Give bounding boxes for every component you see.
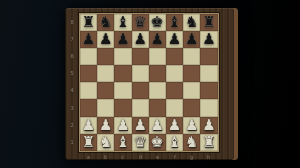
black-pawn[interactable]: ♟ xyxy=(116,31,129,48)
square-g3[interactable] xyxy=(183,99,200,116)
black-knight[interactable]: ♞ xyxy=(99,14,112,31)
square-c6[interactable] xyxy=(114,48,131,65)
square-e4[interactable] xyxy=(149,82,166,99)
black-pawn[interactable]: ♟ xyxy=(133,31,146,48)
white-bishop[interactable]: ♝ xyxy=(116,134,129,151)
square-h2[interactable]: ♟ xyxy=(200,117,217,134)
rank-label-6: 6 xyxy=(68,51,77,62)
square-b8[interactable]: ♞ xyxy=(97,14,114,31)
rank-label-7: 7 xyxy=(68,34,77,45)
black-pawn[interactable]: ♟ xyxy=(82,31,95,48)
rank-label-8: 8 xyxy=(68,17,77,28)
square-a3[interactable] xyxy=(80,99,97,116)
square-f2[interactable]: ♟ xyxy=(166,117,183,134)
white-rook[interactable]: ♜ xyxy=(82,134,95,151)
white-pawn[interactable]: ♟ xyxy=(82,117,95,134)
black-king[interactable]: ♚ xyxy=(151,14,164,31)
square-g1[interactable]: ♞ xyxy=(183,134,200,151)
file-label-h: h xyxy=(204,154,215,161)
square-h3[interactable] xyxy=(200,99,217,116)
white-pawn[interactable]: ♟ xyxy=(185,117,198,134)
square-d6[interactable] xyxy=(132,48,149,65)
square-f5[interactable] xyxy=(166,65,183,82)
rank-label-4: 4 xyxy=(68,86,77,97)
square-d1[interactable]: ♛ xyxy=(132,134,149,151)
file-label-f: f xyxy=(169,154,180,161)
file-label-a: a xyxy=(83,154,94,161)
file-label-g: g xyxy=(186,154,197,161)
square-e5[interactable] xyxy=(149,65,166,82)
white-pawn[interactable]: ♟ xyxy=(151,117,164,134)
white-pawn[interactable]: ♟ xyxy=(168,117,181,134)
black-rook[interactable]: ♜ xyxy=(82,14,95,31)
square-c2[interactable]: ♟ xyxy=(114,117,131,134)
white-pawn[interactable]: ♟ xyxy=(116,117,129,134)
file-label-e: e xyxy=(152,154,163,161)
square-d3[interactable] xyxy=(132,99,149,116)
rank-label-2: 2 xyxy=(68,120,77,131)
square-h4[interactable] xyxy=(200,82,217,99)
square-d2[interactable]: ♟ xyxy=(132,117,149,134)
square-h8[interactable]: ♜ xyxy=(200,14,217,31)
white-pawn[interactable]: ♟ xyxy=(202,117,215,134)
square-g4[interactable] xyxy=(183,82,200,99)
square-a2[interactable]: ♟ xyxy=(80,117,97,134)
white-bishop[interactable]: ♝ xyxy=(168,134,181,151)
black-pawn[interactable]: ♟ xyxy=(99,31,112,48)
square-c4[interactable] xyxy=(114,82,131,99)
chess-board: ♜♞♝♛♚♝♞♜♟♟♟♟♟♟♟♟♟♟♟♟♟♟♟♟♜♞♝♛♚♝♞♜ xyxy=(80,14,218,152)
square-b4[interactable] xyxy=(97,82,114,99)
square-c5[interactable] xyxy=(114,65,131,82)
square-e1[interactable]: ♚ xyxy=(149,134,166,151)
square-d4[interactable] xyxy=(132,82,149,99)
white-pawn[interactable]: ♟ xyxy=(133,117,146,134)
rank-label-3: 3 xyxy=(68,103,77,114)
square-g7[interactable]: ♟ xyxy=(183,31,200,48)
black-knight[interactable]: ♞ xyxy=(185,14,198,31)
square-f7[interactable]: ♟ xyxy=(166,31,183,48)
square-f1[interactable]: ♝ xyxy=(166,134,183,151)
file-label-d: d xyxy=(135,154,146,161)
square-g6[interactable] xyxy=(183,48,200,65)
white-knight[interactable]: ♞ xyxy=(99,134,112,151)
square-b6[interactable] xyxy=(97,48,114,65)
file-label-b: b xyxy=(100,154,111,161)
square-h1[interactable]: ♜ xyxy=(200,134,217,151)
square-b7[interactable]: ♟ xyxy=(97,31,114,48)
square-a1[interactable]: ♜ xyxy=(80,134,97,151)
square-b1[interactable]: ♞ xyxy=(97,134,114,151)
file-labels: abcdefgh xyxy=(80,152,218,163)
white-queen[interactable]: ♛ xyxy=(133,134,146,151)
rank-label-1: 1 xyxy=(68,137,77,148)
board-inner-border: ♜♞♝♛♚♝♞♜♟♟♟♟♟♟♟♟♟♟♟♟♟♟♟♟♜♞♝♛♚♝♞♜ xyxy=(79,13,219,153)
black-pawn[interactable]: ♟ xyxy=(151,31,164,48)
rank-label-5: 5 xyxy=(68,68,77,79)
white-king[interactable]: ♚ xyxy=(151,134,164,151)
square-e7[interactable]: ♟ xyxy=(149,31,166,48)
square-f3[interactable] xyxy=(166,99,183,116)
white-rook[interactable]: ♜ xyxy=(202,134,215,151)
chess-app-background: 87654321 abcdefgh ♜♞♝♛♚♝♞♜♟♟♟♟♟♟♟♟♟♟♟♟♟♟… xyxy=(0,0,300,168)
square-a5[interactable] xyxy=(80,65,97,82)
black-bishop[interactable]: ♝ xyxy=(168,14,181,31)
black-bishop[interactable]: ♝ xyxy=(116,14,129,31)
square-f8[interactable]: ♝ xyxy=(166,14,183,31)
square-a7[interactable]: ♟ xyxy=(80,31,97,48)
square-d7[interactable]: ♟ xyxy=(132,31,149,48)
square-b2[interactable]: ♟ xyxy=(97,117,114,134)
square-a4[interactable] xyxy=(80,82,97,99)
square-e8[interactable]: ♚ xyxy=(149,14,166,31)
chess-board-frame: 87654321 abcdefgh ♜♞♝♛♚♝♞♜♟♟♟♟♟♟♟♟♟♟♟♟♟♟… xyxy=(65,8,238,160)
square-a6[interactable] xyxy=(80,48,97,65)
square-c1[interactable]: ♝ xyxy=(114,134,131,151)
black-pawn[interactable]: ♟ xyxy=(185,31,198,48)
square-b5[interactable] xyxy=(97,65,114,82)
square-g8[interactable]: ♞ xyxy=(183,14,200,31)
square-a8[interactable]: ♜ xyxy=(80,14,97,31)
white-pawn[interactable]: ♟ xyxy=(99,117,112,134)
square-c3[interactable] xyxy=(114,99,131,116)
white-knight[interactable]: ♞ xyxy=(185,134,198,151)
square-e6[interactable] xyxy=(149,48,166,65)
square-h6[interactable] xyxy=(200,48,217,65)
square-g2[interactable]: ♟ xyxy=(183,117,200,134)
square-e2[interactable]: ♟ xyxy=(149,117,166,134)
square-c7[interactable]: ♟ xyxy=(114,31,131,48)
square-e3[interactable] xyxy=(149,99,166,116)
square-d5[interactable] xyxy=(132,65,149,82)
square-f4[interactable] xyxy=(166,82,183,99)
square-h7[interactable]: ♟ xyxy=(200,31,217,48)
square-f6[interactable] xyxy=(166,48,183,65)
rank-labels: 87654321 xyxy=(65,14,79,152)
black-queen[interactable]: ♛ xyxy=(133,14,146,31)
black-rook[interactable]: ♜ xyxy=(202,14,215,31)
black-pawn[interactable]: ♟ xyxy=(168,31,181,48)
square-d8[interactable]: ♛ xyxy=(132,14,149,31)
file-label-c: c xyxy=(118,154,129,161)
square-g5[interactable] xyxy=(183,65,200,82)
square-h5[interactable] xyxy=(200,65,217,82)
square-c8[interactable]: ♝ xyxy=(114,14,131,31)
black-pawn[interactable]: ♟ xyxy=(202,31,215,48)
square-b3[interactable] xyxy=(97,99,114,116)
